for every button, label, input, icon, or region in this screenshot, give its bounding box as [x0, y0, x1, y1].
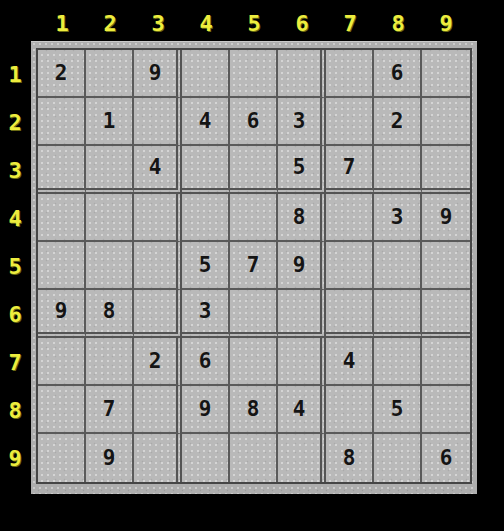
cell-r3c9[interactable] [422, 146, 470, 194]
cell-r5c6[interactable]: 9 [278, 242, 326, 290]
row-label-3: 3 [0, 146, 30, 194]
cell-r7c2[interactable] [86, 338, 134, 386]
cell-r6c8[interactable] [374, 290, 422, 338]
row-label-6: 6 [0, 290, 30, 338]
cell-r4c7[interactable] [326, 194, 374, 242]
cell-r9c8[interactable] [374, 434, 422, 482]
row-label-1: 1 [0, 50, 30, 98]
column-label-5: 5 [230, 11, 278, 36]
row-labels: 123456789 [0, 50, 30, 482]
cell-r9c5[interactable] [230, 434, 278, 482]
column-label-2: 2 [86, 11, 134, 36]
cell-r8c2[interactable]: 7 [86, 386, 134, 434]
board-frame: 2961463245783957998326479845986 [31, 41, 477, 494]
cell-r9c9[interactable]: 6 [422, 434, 470, 482]
cell-r7c4[interactable]: 6 [182, 338, 230, 386]
cell-r1c9[interactable] [422, 50, 470, 98]
cell-r1c3[interactable]: 9 [134, 50, 182, 98]
column-label-9: 9 [422, 11, 470, 36]
cell-r8c1[interactable] [38, 386, 86, 434]
cell-r8c3[interactable] [134, 386, 182, 434]
cell-r7c5[interactable] [230, 338, 278, 386]
sudoku-grid: 2961463245783957998326479845986 [36, 48, 472, 484]
cell-r8c4[interactable]: 9 [182, 386, 230, 434]
cell-r1c1[interactable]: 2 [38, 50, 86, 98]
cell-r4c3[interactable] [134, 194, 182, 242]
cell-r8c9[interactable] [422, 386, 470, 434]
cell-r5c1[interactable] [38, 242, 86, 290]
cell-r1c7[interactable] [326, 50, 374, 98]
column-label-3: 3 [134, 11, 182, 36]
column-label-7: 7 [326, 11, 374, 36]
cell-r3c6[interactable]: 5 [278, 146, 326, 194]
cell-r1c8[interactable]: 6 [374, 50, 422, 98]
cell-r9c6[interactable] [278, 434, 326, 482]
column-labels: 123456789 [38, 11, 470, 36]
cell-r7c6[interactable] [278, 338, 326, 386]
cell-r6c1[interactable]: 9 [38, 290, 86, 338]
cell-r4c1[interactable] [38, 194, 86, 242]
cell-r2c9[interactable] [422, 98, 470, 146]
cell-r2c1[interactable] [38, 98, 86, 146]
cell-r4c2[interactable] [86, 194, 134, 242]
cell-r6c9[interactable] [422, 290, 470, 338]
cell-r2c3[interactable] [134, 98, 182, 146]
cell-r3c4[interactable] [182, 146, 230, 194]
cell-r2c4[interactable]: 4 [182, 98, 230, 146]
cell-r7c1[interactable] [38, 338, 86, 386]
cell-r3c5[interactable] [230, 146, 278, 194]
cell-r7c7[interactable]: 4 [326, 338, 374, 386]
cell-r8c5[interactable]: 8 [230, 386, 278, 434]
cell-r2c2[interactable]: 1 [86, 98, 134, 146]
cell-r8c6[interactable]: 4 [278, 386, 326, 434]
cell-r3c3[interactable]: 4 [134, 146, 182, 194]
row-label-9: 9 [0, 434, 30, 482]
column-label-4: 4 [182, 11, 230, 36]
cell-r4c9[interactable]: 9 [422, 194, 470, 242]
cell-r1c4[interactable] [182, 50, 230, 98]
cell-r3c2[interactable] [86, 146, 134, 194]
row-label-7: 7 [0, 338, 30, 386]
row-label-2: 2 [0, 98, 30, 146]
cell-r6c5[interactable] [230, 290, 278, 338]
cell-r2c7[interactable] [326, 98, 374, 146]
cell-r9c7[interactable]: 8 [326, 434, 374, 482]
cell-r4c6[interactable]: 8 [278, 194, 326, 242]
cell-r5c7[interactable] [326, 242, 374, 290]
cell-r3c8[interactable] [374, 146, 422, 194]
cell-r9c3[interactable] [134, 434, 182, 482]
cell-r9c4[interactable] [182, 434, 230, 482]
column-label-1: 1 [38, 11, 86, 36]
cell-r7c3[interactable]: 2 [134, 338, 182, 386]
column-label-6: 6 [278, 11, 326, 36]
cell-r5c2[interactable] [86, 242, 134, 290]
cell-r8c7[interactable] [326, 386, 374, 434]
row-label-4: 4 [0, 194, 30, 242]
sudoku-app: 123456789 123456789 29614632457839579983… [0, 0, 504, 531]
cell-r5c3[interactable] [134, 242, 182, 290]
cell-r5c4[interactable]: 5 [182, 242, 230, 290]
cell-r5c5[interactable]: 7 [230, 242, 278, 290]
cell-r1c5[interactable] [230, 50, 278, 98]
cell-r6c7[interactable] [326, 290, 374, 338]
cell-r3c1[interactable] [38, 146, 86, 194]
cell-r9c1[interactable] [38, 434, 86, 482]
cell-r2c6[interactable]: 3 [278, 98, 326, 146]
cell-r5c9[interactable] [422, 242, 470, 290]
cell-r3c7[interactable]: 7 [326, 146, 374, 194]
cell-r1c6[interactable] [278, 50, 326, 98]
cell-r6c2[interactable]: 8 [86, 290, 134, 338]
cell-r7c9[interactable] [422, 338, 470, 386]
cell-r2c8[interactable]: 2 [374, 98, 422, 146]
column-label-8: 8 [374, 11, 422, 36]
cell-r2c5[interactable]: 6 [230, 98, 278, 146]
row-label-5: 5 [0, 242, 30, 290]
cell-r6c3[interactable] [134, 290, 182, 338]
cell-r8c8[interactable]: 5 [374, 386, 422, 434]
cell-r6c4[interactable]: 3 [182, 290, 230, 338]
cell-r1c2[interactable] [86, 50, 134, 98]
cell-r4c5[interactable] [230, 194, 278, 242]
cell-r6c6[interactable] [278, 290, 326, 338]
row-label-8: 8 [0, 386, 30, 434]
cell-r9c2[interactable]: 9 [86, 434, 134, 482]
app-background: { "game": "sudoku", "position": "2.9....… [0, 0, 504, 531]
cell-r5c8[interactable] [374, 242, 422, 290]
cell-r4c8[interactable]: 3 [374, 194, 422, 242]
cell-r4c4[interactable] [182, 194, 230, 242]
cell-r7c8[interactable] [374, 338, 422, 386]
